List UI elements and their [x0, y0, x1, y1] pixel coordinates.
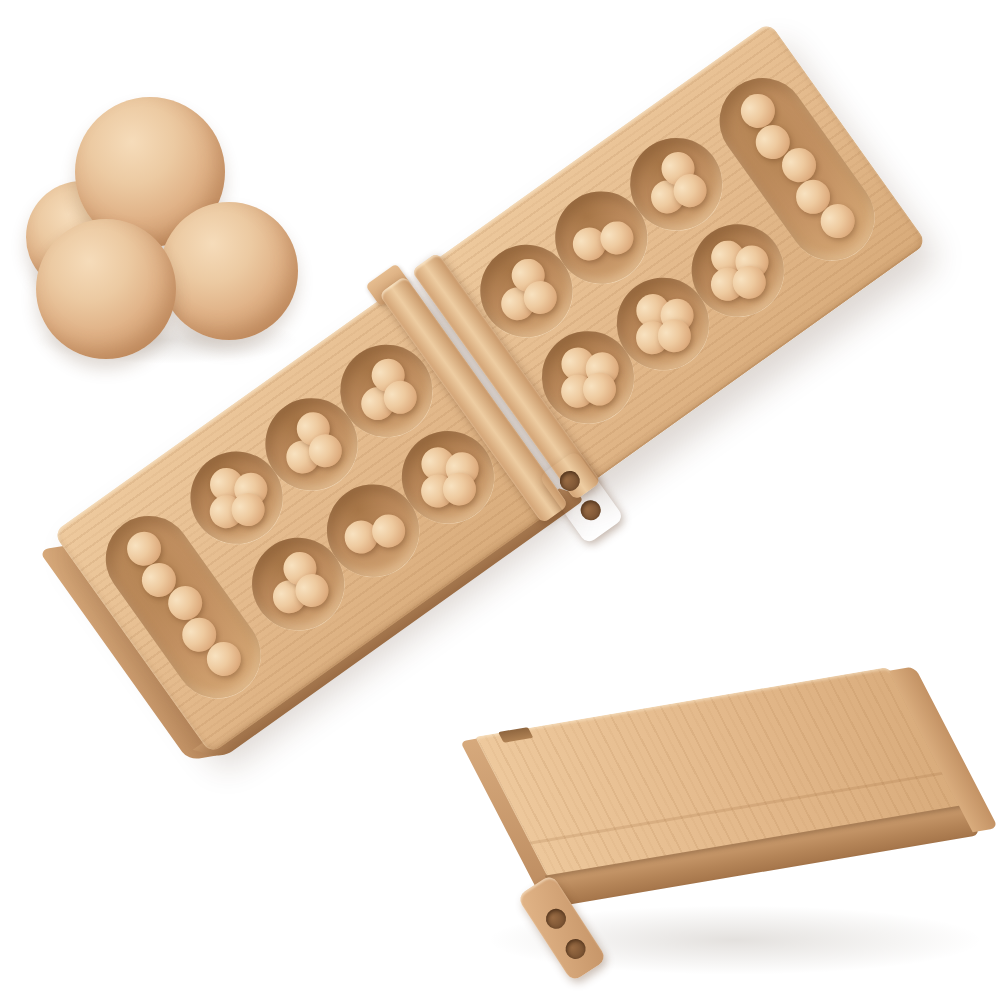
latch-notch — [498, 727, 533, 743]
hinge-pin-icon — [542, 905, 570, 933]
hinge-pin-icon — [556, 467, 584, 495]
folded-mancala-board — [445, 655, 990, 985]
wooden-ball-front-left — [36, 219, 176, 359]
wooden-ball-front-right — [160, 202, 298, 340]
hinge-pin-icon — [577, 496, 605, 524]
hinge-pin-icon — [562, 935, 590, 963]
product-photo-stage — [0, 0, 1000, 1000]
